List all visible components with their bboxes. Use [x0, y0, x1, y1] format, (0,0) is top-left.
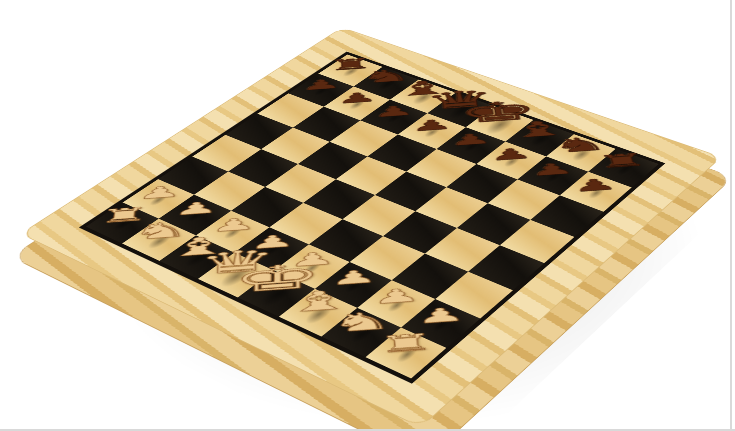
- product-photo-scene: ♜♞♝♛♚♝♞♜♟♟♟♟♟♟♟♟♟♟♟♟♟♟♟♟♜♞♝♛♚♝♞♜: [0, 0, 735, 431]
- chess-board: ♜♞♝♛♚♝♞♜♟♟♟♟♟♟♟♟♟♟♟♟♟♟♟♟♜♞♝♛♚♝♞♜: [20, 27, 722, 428]
- image-border-right: [730, 0, 732, 431]
